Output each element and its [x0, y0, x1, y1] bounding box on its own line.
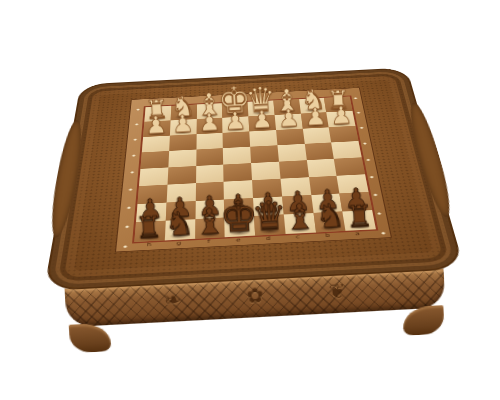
board-margin: ♜♞♝♚♛♝♞♜♟♟♟♟♟♟♟♟♟♟♟♟♟♟♟♟♜♞♝♚♛♝♞♜ hgfedcb…	[115, 87, 392, 252]
file-label-d: d	[253, 233, 283, 244]
square-c3[interactable]	[276, 128, 305, 145]
square-f4[interactable]	[196, 148, 224, 166]
table-leg-left	[69, 323, 112, 354]
square-g3[interactable]	[169, 134, 196, 151]
carved-edge-left	[46, 120, 86, 238]
square-b5[interactable]	[306, 159, 336, 177]
square-c4[interactable]	[277, 144, 306, 162]
scroll-carving-icon: ❦	[328, 278, 346, 303]
carved-walnut-frame: ♜♞♝♚♛♝♞♜♟♟♟♟♟♟♟♟♟♟♟♟♟♟♟♟♜♞♝♚♛♝♞♜ hgfedcb…	[44, 67, 465, 291]
square-f3[interactable]	[196, 133, 223, 150]
square-a4[interactable]	[331, 141, 361, 159]
file-label-h: h	[134, 240, 164, 251]
square-h8[interactable]: ♜	[134, 221, 165, 242]
square-a3[interactable]	[329, 126, 359, 143]
square-g4[interactable]	[168, 150, 196, 168]
square-g5[interactable]	[167, 166, 195, 184]
black-rook[interactable]: ♜	[335, 200, 384, 232]
square-c5[interactable]	[279, 160, 309, 178]
table-rotation-wrapper: ♜♞♝♚♛♝♞♜♟♟♟♟♟♟♟♟♟♟♟♟♟♟♟♟♜♞♝♚♛♝♞♜ hgfedcb…	[0, 0, 500, 400]
black-rook[interactable]: ♜	[124, 211, 173, 243]
square-e3[interactable]	[223, 131, 250, 148]
square-a2[interactable]: ♟	[326, 111, 355, 127]
table-leg-right	[402, 305, 445, 336]
file-label-a: a	[342, 229, 373, 240]
chess-board: ♜♞♝♚♛♝♞♜♟♟♟♟♟♟♟♟♟♟♟♟♟♟♟♟♜♞♝♚♛♝♞♜	[132, 95, 378, 243]
white-pawn[interactable]: ♟	[320, 102, 363, 128]
front-apron-carving: ❧ ✿ ❦	[65, 269, 446, 328]
square-a8[interactable]: ♜	[343, 210, 376, 231]
square-e4[interactable]	[223, 147, 251, 165]
table-top-3d: ♜♞♝♚♛♝♞♜♟♟♟♟♟♟♟♟♟♟♟♟♟♟♟♟♜♞♝♚♛♝♞♜ hgfedcb…	[44, 67, 465, 291]
square-h3[interactable]	[142, 135, 170, 152]
square-e5[interactable]	[223, 163, 252, 181]
scroll-carving-icon: ❧	[163, 287, 181, 312]
square-d4[interactable]	[250, 145, 279, 163]
square-f5[interactable]	[196, 165, 224, 183]
square-d5[interactable]	[251, 162, 280, 180]
file-label-c: c	[283, 232, 314, 243]
product-photo-chess-table: ♜♞♝♚♛♝♞♜♟♟♟♟♟♟♟♟♟♟♟♟♟♟♟♟♜♞♝♚♛♝♞♜ hgfedcb…	[0, 0, 500, 400]
file-label-b: b	[312, 230, 343, 241]
square-h5[interactable]	[139, 167, 168, 186]
flower-carving-icon: ✿	[246, 283, 264, 308]
square-a5[interactable]	[334, 157, 365, 175]
square-b4[interactable]	[304, 143, 334, 161]
carved-edge-right	[405, 102, 458, 217]
square-h4[interactable]	[140, 151, 168, 169]
square-b3[interactable]	[302, 127, 331, 144]
square-d3[interactable]	[249, 130, 277, 147]
